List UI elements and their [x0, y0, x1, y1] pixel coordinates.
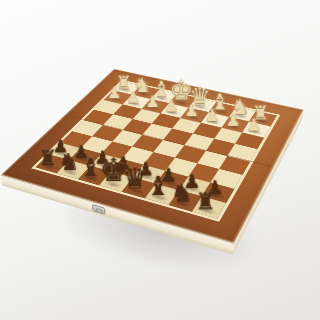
white-pawn: ♟ [161, 98, 182, 114]
white-pawn: ♟ [243, 117, 265, 134]
black-bishop: ♝ [145, 174, 171, 200]
white-pawn: ♟ [222, 112, 244, 129]
black-king: ♚ [100, 155, 125, 187]
square [193, 123, 222, 139]
product-photo-background: ♜♞♝♚♛♝♞♜♟♟♟♟♟♟♟♟♟♟♟♟♟♟♟♟♜♞♝♚♛♝♞♜ [0, 0, 320, 320]
white-pawn: ♟ [123, 89, 144, 105]
white-pawn: ♟ [181, 103, 203, 119]
black-queen: ♛ [122, 164, 147, 193]
white-pawn: ♟ [201, 107, 223, 123]
black-knight: ♞ [168, 181, 194, 206]
black-rook: ♜ [193, 190, 219, 213]
metal-clasp [92, 204, 105, 215]
